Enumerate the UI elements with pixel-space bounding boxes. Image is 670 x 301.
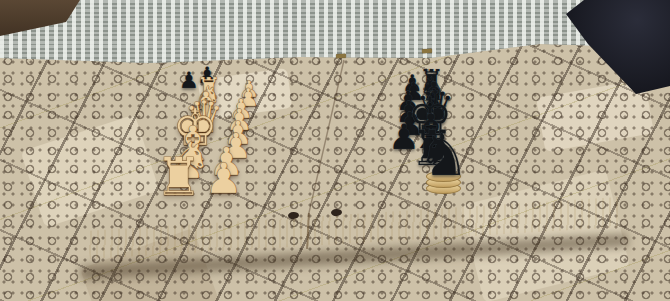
piece-white-pawn-b1: ♟ (205, 158, 243, 200)
piece-black-knight-h1: ♞ (417, 127, 469, 185)
photo-chess-set-on-sofa: ♜♞♝♛♚♝♞♜♟♟♟♟♟♟♟♟♟♟♟♟♟♟♜♞♝♛♚♝♜♞♟♟ (0, 0, 670, 301)
piece-white-rook-a1: ♜ (155, 152, 202, 205)
